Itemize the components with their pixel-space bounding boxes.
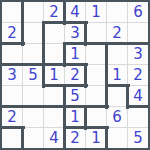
given-digit: 2 [70, 68, 80, 83]
cell-r7c1[interactable] [2, 128, 22, 148]
given-digit: 1 [112, 68, 122, 83]
cell-r2c5[interactable] [86, 23, 106, 43]
cell-r5c7[interactable]: 4 [128, 86, 148, 106]
given-digit: 2 [70, 131, 80, 146]
cell-r7c4[interactable]: 2 [65, 128, 85, 148]
given-digit: 2 [49, 5, 59, 20]
cell-r4c5[interactable] [86, 65, 106, 85]
given-digit: 1 [49, 68, 59, 83]
cell-r7c7[interactable]: 5 [128, 128, 148, 148]
cell-r3c2[interactable] [23, 44, 43, 64]
cell-r3c6[interactable] [107, 44, 127, 64]
cell-r4c3[interactable]: 1 [44, 65, 64, 85]
cell-r1c5[interactable]: 1 [86, 2, 106, 22]
cell-r4c2[interactable]: 5 [23, 65, 43, 85]
cell-r2c1[interactable]: 2 [2, 23, 22, 43]
given-digit: 6 [112, 110, 122, 125]
given-digit: 3 [70, 26, 80, 41]
cell-r6c2[interactable] [23, 107, 43, 127]
cell-r3c5[interactable] [86, 44, 106, 64]
cell-r6c5[interactable] [86, 107, 106, 127]
given-digit: 1 [70, 110, 80, 125]
cell-r3c3[interactable] [44, 44, 64, 64]
given-digit: 3 [133, 47, 143, 62]
given-digit: 3 [7, 68, 17, 83]
cell-r7c3[interactable]: 4 [44, 128, 64, 148]
cell-r6c6[interactable]: 6 [107, 107, 127, 127]
given-digit: 4 [70, 5, 80, 20]
given-digit: 2 [133, 68, 143, 83]
cell-r2c6[interactable]: 2 [107, 23, 127, 43]
cell-r6c1[interactable]: 2 [2, 107, 22, 127]
cell-r2c4[interactable]: 3 [65, 23, 85, 43]
given-digit: 2 [112, 26, 122, 41]
cell-r3c7[interactable]: 3 [128, 44, 148, 64]
cell-r5c1[interactable] [2, 86, 22, 106]
cell-r6c7[interactable] [128, 107, 148, 127]
suguru-board: 241623213351212542164215 [0, 0, 150, 150]
cell-r7c6[interactable] [107, 128, 127, 148]
cell-r3c4[interactable]: 1 [65, 44, 85, 64]
given-digit: 1 [91, 131, 101, 146]
cell-r5c6[interactable] [107, 86, 127, 106]
cell-r2c2[interactable] [23, 23, 43, 43]
cell-r5c3[interactable] [44, 86, 64, 106]
cell-r1c3[interactable]: 2 [44, 2, 64, 22]
cell-r5c5[interactable] [86, 86, 106, 106]
puzzle-screenshot: 241623213351212542164215 [0, 0, 150, 150]
given-digit: 4 [49, 131, 59, 146]
given-digit: 1 [91, 5, 101, 20]
cell-r1c4[interactable]: 4 [65, 2, 85, 22]
cell-r2c7[interactable] [128, 23, 148, 43]
cell-r1c6[interactable] [107, 2, 127, 22]
given-digit: 5 [28, 68, 38, 83]
cell-r3c1[interactable] [2, 44, 22, 64]
given-digit: 5 [70, 89, 80, 104]
given-digit: 2 [7, 26, 17, 41]
cell-r2c3[interactable] [44, 23, 64, 43]
cell-r7c2[interactable] [23, 128, 43, 148]
given-digit: 4 [133, 89, 143, 104]
cell-r4c1[interactable]: 3 [2, 65, 22, 85]
cell-r1c2[interactable] [23, 2, 43, 22]
given-digit: 6 [133, 5, 143, 20]
cell-r4c7[interactable]: 2 [128, 65, 148, 85]
cell-r5c4[interactable]: 5 [65, 86, 85, 106]
given-digit: 5 [133, 131, 143, 146]
given-digit: 1 [70, 47, 80, 62]
cell-r7c5[interactable]: 1 [86, 128, 106, 148]
cell-r6c4[interactable]: 1 [65, 107, 85, 127]
cell-r5c2[interactable] [23, 86, 43, 106]
cell-r4c6[interactable]: 1 [107, 65, 127, 85]
cell-r4c4[interactable]: 2 [65, 65, 85, 85]
given-digit: 2 [7, 110, 17, 125]
cell-r1c1[interactable] [2, 2, 22, 22]
cell-r1c7[interactable]: 6 [128, 2, 148, 22]
cell-r6c3[interactable] [44, 107, 64, 127]
